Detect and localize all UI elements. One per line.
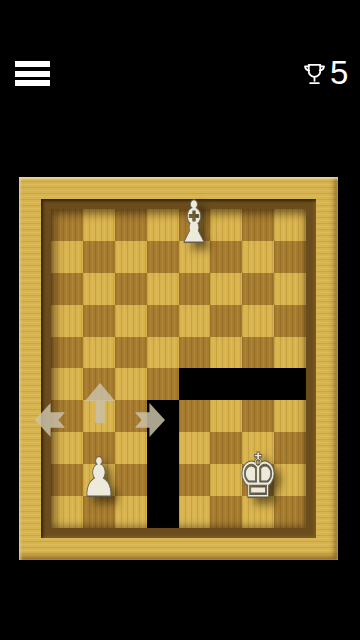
board-cell xyxy=(242,209,274,241)
board-cell xyxy=(51,273,83,305)
board-cell xyxy=(242,337,274,369)
board-cell xyxy=(274,273,306,305)
trophy-count: 5 xyxy=(330,55,356,91)
board-cell xyxy=(51,305,83,337)
trophy-icon xyxy=(301,60,328,89)
board-cell xyxy=(147,305,179,337)
board-cell xyxy=(274,305,306,337)
board-cell xyxy=(179,464,211,496)
hamburger-icon xyxy=(15,71,50,77)
app-screen: 5 ♝♟♚ xyxy=(0,0,360,640)
board-cell xyxy=(147,337,179,369)
board-cell xyxy=(83,209,115,241)
piece-pawn[interactable]: ♟ xyxy=(77,451,121,505)
board-cell xyxy=(210,400,242,432)
board-cell xyxy=(242,241,274,273)
board-cell xyxy=(83,337,115,369)
board-cell xyxy=(147,273,179,305)
board-cell xyxy=(179,432,211,464)
hole-cell xyxy=(179,368,211,400)
board-cell xyxy=(179,496,211,528)
board-cell xyxy=(274,241,306,273)
board-cell xyxy=(179,400,211,432)
menu-button[interactable] xyxy=(15,61,50,87)
hole-cell xyxy=(274,368,306,400)
board-cell xyxy=(83,273,115,305)
board-cell xyxy=(115,305,147,337)
board-cell xyxy=(274,337,306,369)
board-cell xyxy=(115,273,147,305)
board-cell xyxy=(115,368,147,400)
hole-cell xyxy=(147,496,179,528)
board-cell xyxy=(51,209,83,241)
board-cell xyxy=(274,209,306,241)
piece-bishop[interactable]: ♝ xyxy=(172,193,216,251)
board-cell xyxy=(179,337,211,369)
board-cell xyxy=(179,273,211,305)
board-cell xyxy=(179,305,211,337)
hole-cell xyxy=(147,432,179,464)
board-cell xyxy=(51,337,83,369)
board-cell xyxy=(147,368,179,400)
board-cell xyxy=(210,305,242,337)
board-cell xyxy=(51,241,83,273)
hole-cell xyxy=(147,464,179,496)
board-cell xyxy=(242,305,274,337)
board-cell xyxy=(210,273,242,305)
piece-king[interactable]: ♚ xyxy=(236,445,280,507)
board-cell xyxy=(242,273,274,305)
board-cell xyxy=(242,400,274,432)
hamburger-icon xyxy=(15,61,50,67)
board-cell xyxy=(83,305,115,337)
board-cell xyxy=(115,337,147,369)
board-cell xyxy=(210,337,242,369)
board-cell xyxy=(83,241,115,273)
hamburger-icon xyxy=(15,80,50,86)
hole-cell xyxy=(210,368,242,400)
hole-cell xyxy=(242,368,274,400)
board-cell xyxy=(115,241,147,273)
board-cell xyxy=(115,209,147,241)
board-cell xyxy=(51,368,83,400)
board-cell xyxy=(274,400,306,432)
